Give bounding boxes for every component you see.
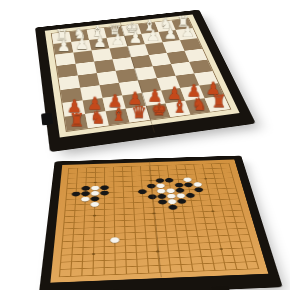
- red-rook: ♜: [66, 110, 87, 131]
- red-knight: ♞: [87, 107, 108, 128]
- red-queen: ♛: [129, 102, 150, 123]
- chess-square: ♟: [53, 42, 73, 55]
- white-pawn: ♟: [144, 27, 162, 45]
- star-point: [152, 212, 155, 214]
- star-point: [204, 178, 207, 180]
- chess-board: ♜♞♝♛♚♝♞♜♟♟♟♟♟♟♟♟♟♟♟♟♟♟♟♟♜♞♝♛♚♝♞♜: [51, 18, 232, 132]
- star-point: [92, 253, 95, 255]
- chess-square: [116, 69, 138, 83]
- black-stone: ●: [167, 204, 179, 211]
- black-stone: ●: [99, 190, 109, 196]
- go-board: ●●●●●●●●●●●●●●●●●●●●●●●●●●●●●●●●●: [59, 163, 260, 277]
- go-board-surface: ●●●●●●●●●●●●●●●●●●●●●●●●●●●●●●●●●: [50, 159, 268, 282]
- star-point: [211, 210, 214, 212]
- star-point: [156, 250, 159, 252]
- go-board-frame: ●●●●●●●●●●●●●●●●●●●●●●●●●●●●●●●●●: [38, 156, 282, 290]
- white-stone: ●: [89, 201, 100, 208]
- red-bishop: ♝: [108, 104, 129, 125]
- red-bishop: ♝: [169, 96, 190, 117]
- chess-square: [78, 73, 100, 88]
- go-set: ●●●●●●●●●●●●●●●●●●●●●●●●●●●●●●●●●: [35, 155, 290, 290]
- red-king: ♚: [149, 99, 170, 120]
- chess-square: [153, 64, 176, 78]
- chess-square: [189, 60, 212, 74]
- chess-board-frame: ♜♞♝♛♚♝♞♜♟♟♟♟♟♟♟♟♟♟♟♟♟♟♟♟♜♞♝♛♚♝♞♜: [35, 10, 256, 152]
- red-rook: ♜: [209, 91, 229, 111]
- star-point: [149, 180, 152, 182]
- chess-square: ♛: [126, 106, 150, 123]
- star-point: [219, 248, 223, 250]
- chess-board-border: ♜♞♝♛♚♝♞♜♟♟♟♟♟♟♟♟♟♟♟♟♟♟♟♟♜♞♝♛♚♝♞♜: [45, 14, 240, 137]
- latch-tab: [41, 112, 53, 125]
- chess-set: ♜♞♝♛♚♝♞♜♟♟♟♟♟♟♟♟♟♟♟♟♟♟♟♟♜♞♝♛♚♝♞♜: [23, 4, 272, 163]
- star-point: [93, 215, 96, 217]
- red-knight: ♞: [189, 94, 209, 114]
- star-point: [94, 182, 97, 184]
- chess-square: ♜: [65, 114, 88, 131]
- chess-square: ♝: [106, 109, 130, 126]
- chess-square: ♞: [85, 111, 109, 128]
- white-stone: ●: [109, 236, 121, 244]
- product-photo: ♜♞♝♛♚♝♞♜♟♟♟♟♟♟♟♟♟♟♟♟♟♟♟♟♜♞♝♛♚♝♞♜ ●●●●●●●…: [0, 0, 290, 290]
- chess-square: [97, 71, 119, 85]
- latch-tab: [211, 285, 231, 290]
